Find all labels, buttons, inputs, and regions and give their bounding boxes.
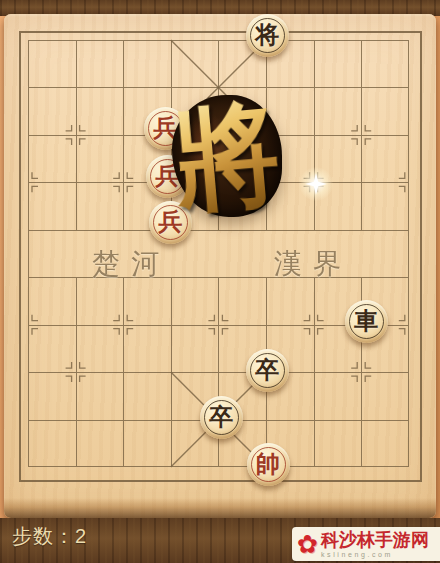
board-cell[interactable] bbox=[76, 182, 124, 229]
watermark-texts: 科沙林手游网 kslineng.com bbox=[321, 531, 429, 558]
board-cell[interactable] bbox=[218, 230, 266, 277]
board-cell[interactable] bbox=[361, 372, 409, 419]
board-cell[interactable] bbox=[28, 135, 76, 182]
board-cell[interactable] bbox=[361, 230, 409, 277]
board-cell[interactable] bbox=[314, 372, 362, 419]
board-cell[interactable] bbox=[123, 420, 171, 467]
board-cell[interactable] bbox=[28, 182, 76, 229]
check-stamp-glyph: 將 bbox=[166, 84, 287, 227]
board-cell[interactable] bbox=[28, 372, 76, 419]
board-panel-bevel bbox=[4, 498, 436, 518]
board-cell[interactable] bbox=[314, 40, 362, 87]
board-cell[interactable] bbox=[76, 372, 124, 419]
board-cell[interactable] bbox=[76, 277, 124, 324]
board-cell[interactable] bbox=[171, 325, 219, 372]
piece-black-pawn-1[interactable]: 卒 bbox=[246, 349, 289, 392]
board-cell[interactable] bbox=[76, 87, 124, 134]
board-cell[interactable] bbox=[314, 420, 362, 467]
watermark-badge: ✿ 科沙林手游网 kslineng.com bbox=[292, 527, 440, 561]
piece-black-pawn-2[interactable]: 卒 bbox=[200, 396, 243, 439]
board-cell[interactable] bbox=[28, 40, 76, 87]
board-cell[interactable] bbox=[76, 420, 124, 467]
board-cell[interactable] bbox=[28, 277, 76, 324]
board-cell[interactable] bbox=[76, 40, 124, 87]
board-cell[interactable] bbox=[218, 277, 266, 324]
check-stamp: 將 bbox=[172, 95, 282, 217]
piece-glyph: 車 bbox=[345, 300, 388, 343]
board-cell[interactable] bbox=[123, 277, 171, 324]
watermark-title: 科沙林手游网 bbox=[321, 531, 429, 549]
board-cell[interactable] bbox=[123, 372, 171, 419]
watermark-domain: kslineng.com bbox=[321, 551, 429, 558]
piece-glyph: 将 bbox=[246, 14, 289, 57]
piece-black-general[interactable]: 将 bbox=[246, 14, 289, 57]
board-cell[interactable] bbox=[361, 420, 409, 467]
board-cell[interactable] bbox=[361, 182, 409, 229]
board-cell[interactable] bbox=[171, 277, 219, 324]
piece-glyph: 卒 bbox=[246, 349, 289, 392]
river-label-right: 漢界 bbox=[274, 245, 350, 283]
piece-glyph: 卒 bbox=[200, 396, 243, 439]
board-cell[interactable] bbox=[361, 135, 409, 182]
board-cell[interactable] bbox=[361, 40, 409, 87]
board-cell[interactable] bbox=[266, 277, 314, 324]
piece-red-general[interactable]: 帥 bbox=[247, 443, 290, 486]
step-counter-label: 步数： bbox=[12, 525, 75, 547]
step-counter-value: 2 bbox=[75, 525, 87, 547]
board-cell[interactable] bbox=[28, 325, 76, 372]
board-cell[interactable] bbox=[123, 325, 171, 372]
board-cell[interactable] bbox=[171, 40, 219, 87]
piece-black-chariot[interactable]: 車 bbox=[345, 300, 388, 343]
board-cell[interactable] bbox=[123, 40, 171, 87]
board-cell[interactable] bbox=[28, 87, 76, 134]
board-cell[interactable] bbox=[76, 135, 124, 182]
step-counter: 步数：2 bbox=[12, 523, 87, 550]
river-label-left: 楚河 bbox=[92, 245, 168, 283]
board-cell[interactable] bbox=[28, 230, 76, 277]
board-cell[interactable] bbox=[314, 87, 362, 134]
piece-glyph: 帥 bbox=[247, 443, 290, 486]
xiangqi-game-screen: 楚河 漢界 将兵馬兵兵兵車卒卒帥 將 步数：2 ✿ 科沙林手游网 kslinen… bbox=[0, 0, 440, 563]
board-cell[interactable] bbox=[28, 420, 76, 467]
plum-blossom-icon: ✿ bbox=[297, 532, 318, 557]
board-cell[interactable] bbox=[361, 87, 409, 134]
board-cell[interactable] bbox=[76, 325, 124, 372]
